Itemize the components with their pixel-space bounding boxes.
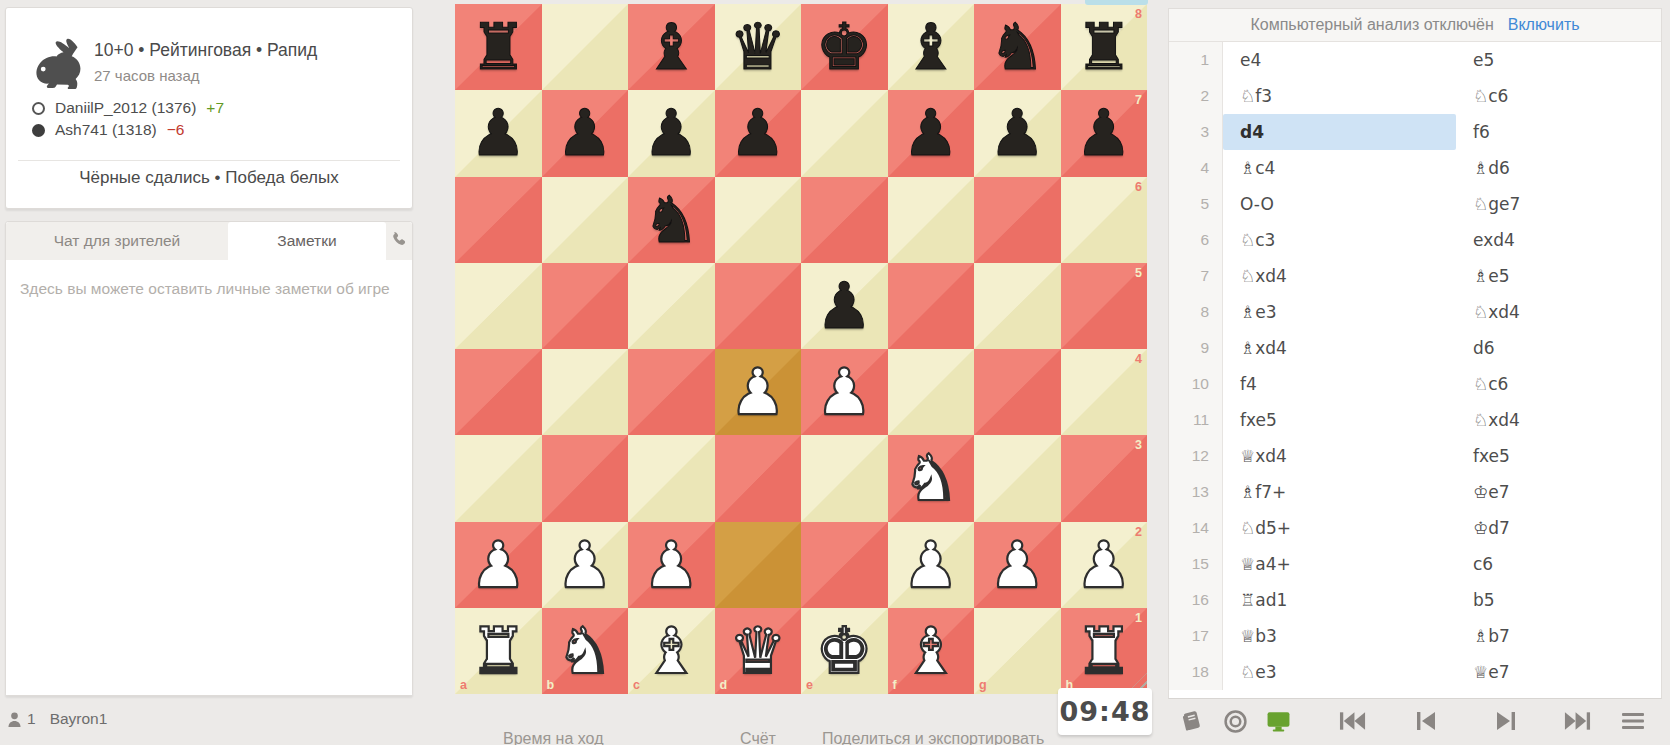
bottom-tab-move-times[interactable]: Время на ход <box>503 730 603 745</box>
move-row-10: 10f4♘c6 <box>1169 366 1661 402</box>
enable-analysis-link[interactable]: Включить <box>1508 16 1580 34</box>
square-f1[interactable]: ♝f <box>888 608 975 694</box>
square-d7[interactable]: ♟ <box>715 90 802 176</box>
square-b4[interactable] <box>542 349 629 435</box>
move-white-16[interactable]: ♖ad1 <box>1223 582 1456 618</box>
move-black-6[interactable]: exd4 <box>1456 222 1661 258</box>
square-b8[interactable] <box>542 4 629 90</box>
move-black-10[interactable]: ♘c6 <box>1456 366 1661 402</box>
move-number-2: 2 <box>1169 78 1223 114</box>
black-pawn-g7[interactable]: ♟ <box>974 90 1061 176</box>
page: 10+0 • Рейтинговая • Рапид 27 часов наза… <box>0 0 1670 745</box>
file-label-e: e <box>806 678 813 692</box>
square-f3[interactable]: ♞ <box>888 435 975 521</box>
top-clock-cropped <box>1085 0 1148 5</box>
rank-label-1: 1 <box>1135 611 1142 625</box>
black-rook-h8[interactable]: ♜ <box>1061 4 1148 90</box>
square-g5[interactable] <box>974 263 1061 349</box>
move-row-12: 12♕xd4fxe5 <box>1169 438 1661 474</box>
white-pawn-g2[interactable]: ♟ <box>974 522 1061 608</box>
white-pawn-f2[interactable]: ♟ <box>888 522 975 608</box>
move-black-15[interactable]: c6 <box>1456 546 1661 582</box>
black-player-row: Ash741 (1318) −6 <box>32 121 184 139</box>
move-black-12[interactable]: fxe5 <box>1456 438 1661 474</box>
file-label-c: c <box>633 678 640 692</box>
square-c3[interactable] <box>628 435 715 521</box>
square-h6[interactable]: 6 <box>1061 177 1148 263</box>
phone-icon[interactable] <box>386 222 412 260</box>
move-black-1[interactable]: e5 <box>1456 42 1661 78</box>
black-king-e8[interactable]: ♚ <box>801 4 888 90</box>
spectator-count: 1 <box>27 710 36 728</box>
target-circles-icon[interactable] <box>1223 709 1248 734</box>
square-h1[interactable]: ♜1h <box>1061 608 1148 694</box>
go-last-move-icon[interactable] <box>1564 710 1591 732</box>
move-black-2[interactable]: ♘c6 <box>1456 78 1661 114</box>
spectator-name[interactable]: Bayron1 <box>50 710 108 728</box>
square-e3[interactable] <box>801 435 888 521</box>
rank-label-3: 3 <box>1135 438 1142 452</box>
white-rating-delta: +7 <box>206 99 224 117</box>
square-g7[interactable]: ♟ <box>974 90 1061 176</box>
game-result: Чёрные сдались • Победа белых <box>6 168 412 188</box>
square-e7[interactable] <box>801 90 888 176</box>
square-f7[interactable]: ♟ <box>888 90 975 176</box>
square-a5[interactable] <box>455 263 542 349</box>
analysis-panel: Компьютерный анализ отключён Включить 1e… <box>1168 8 1662 699</box>
move-white-6[interactable]: ♘c3 <box>1223 222 1456 258</box>
white-king-e1[interactable]: ♚ <box>801 608 888 694</box>
tab-spectator-chat[interactable]: Чат для зрителей <box>6 222 228 260</box>
square-b6[interactable] <box>542 177 629 263</box>
menu-hamburger-icon[interactable] <box>1621 711 1645 731</box>
file-label-a: a <box>460 678 467 692</box>
chess-board: ♜♝♛♚♝♞♜8♟♟♟♟♟♟♟7♞6♟5♟♟4♞3♟♟♟♟♟♟2♜a♞b♝c♛d… <box>455 4 1147 694</box>
move-black-8[interactable]: ♘xd4 <box>1456 294 1661 330</box>
move-row-4: 4♗c4♗d6 <box>1169 150 1661 186</box>
notes-textarea[interactable]: Здесь вы можете оставить личные заметки … <box>6 260 412 695</box>
white-bishop-f1[interactable]: ♝ <box>888 608 975 694</box>
square-d4[interactable]: ♟ <box>715 349 802 435</box>
rank-label-8: 8 <box>1135 7 1142 21</box>
notes-placeholder: Здесь вы можете оставить личные заметки … <box>20 280 390 298</box>
square-b1[interactable]: ♞b <box>542 608 629 694</box>
square-e5[interactable]: ♟ <box>801 263 888 349</box>
move-white-14[interactable]: ♘d5+ <box>1223 510 1456 546</box>
tab-notes[interactable]: Заметки <box>228 222 386 260</box>
square-a8[interactable]: ♜ <box>455 4 542 90</box>
white-clock: 09:48 <box>1058 688 1152 735</box>
move-number-4: 4 <box>1169 150 1223 186</box>
rank-label-5: 5 <box>1135 266 1142 280</box>
move-number-6: 6 <box>1169 222 1223 258</box>
move-white-8[interactable]: ♗e3 <box>1223 294 1456 330</box>
square-g8[interactable]: ♞ <box>974 4 1061 90</box>
square-c2[interactable]: ♟ <box>628 522 715 608</box>
white-bishop-c1[interactable]: ♝ <box>628 608 715 694</box>
move-black-18[interactable]: ♕e7 <box>1456 654 1661 690</box>
move-black-17[interactable]: ♗b7 <box>1456 618 1661 654</box>
square-e4[interactable]: ♟ <box>801 349 888 435</box>
move-number-12: 12 <box>1169 438 1223 474</box>
square-d8[interactable]: ♛ <box>715 4 802 90</box>
white-player-name[interactable]: DaniilP_2012 (1376) <box>55 99 196 117</box>
black-pawn-d7[interactable]: ♟ <box>715 90 802 176</box>
move-black-9[interactable]: d6 <box>1456 330 1661 366</box>
move-white-9[interactable]: ♗xd4 <box>1223 330 1456 366</box>
black-bishop-f8[interactable]: ♝ <box>888 4 975 90</box>
move-number-18: 18 <box>1169 654 1223 690</box>
move-row-18: 18♘e3♕e7 <box>1169 654 1661 690</box>
move-black-4[interactable]: ♗d6 <box>1456 150 1661 186</box>
square-g3[interactable] <box>974 435 1061 521</box>
square-h7[interactable]: ♟7 <box>1061 90 1148 176</box>
go-first-move-icon[interactable] <box>1339 710 1366 732</box>
move-black-16[interactable]: b5 <box>1456 582 1661 618</box>
rapid-rabbit-icon <box>28 34 86 92</box>
book-icon[interactable] <box>1180 709 1205 733</box>
move-white-2[interactable]: ♘f3 <box>1223 78 1456 114</box>
analysis-board-monitor-icon[interactable] <box>1265 709 1292 734</box>
move-white-1[interactable]: e4 <box>1223 42 1456 78</box>
square-e1[interactable]: ♚e <box>801 608 888 694</box>
move-number-16: 16 <box>1169 582 1223 618</box>
square-a2[interactable]: ♟ <box>455 522 542 608</box>
spectator-list: 1 Bayron1 <box>8 710 107 728</box>
game-date: 27 часов назад <box>94 67 200 84</box>
white-player-row: DaniilP_2012 (1376) +7 <box>32 99 224 117</box>
analysis-header: Компьютерный анализ отключён Включить <box>1169 9 1661 42</box>
square-a3[interactable] <box>455 435 542 521</box>
square-d3[interactable] <box>715 435 802 521</box>
black-bishop-c8[interactable]: ♝ <box>628 4 715 90</box>
white-pawn-e4[interactable]: ♟ <box>801 349 888 435</box>
square-h3[interactable]: 3 <box>1061 435 1148 521</box>
move-black-14[interactable]: ♔d7 <box>1456 510 1661 546</box>
square-c1[interactable]: ♝c <box>628 608 715 694</box>
black-side-icon <box>32 124 45 137</box>
square-e2[interactable] <box>801 522 888 608</box>
move-white-13[interactable]: ♗f7+ <box>1223 474 1456 510</box>
square-f5[interactable] <box>888 263 975 349</box>
rank-label-6: 6 <box>1135 180 1142 194</box>
square-d2[interactable] <box>715 522 802 608</box>
black-knight-g8[interactable]: ♞ <box>974 4 1061 90</box>
square-a7[interactable]: ♟ <box>455 90 542 176</box>
move-row-5: 5O-O♘ge7 <box>1169 186 1661 222</box>
white-pawn-h2[interactable]: ♟ <box>1061 522 1148 608</box>
black-rating-delta: −6 <box>167 121 185 139</box>
white-pawn-b2[interactable]: ♟ <box>542 522 629 608</box>
move-row-8: 8♗e3♘xd4 <box>1169 294 1661 330</box>
move-row-11: 11fxe5♘xd4 <box>1169 402 1661 438</box>
move-row-13: 13♗f7+♔e7 <box>1169 474 1661 510</box>
white-queen-d1[interactable]: ♛ <box>715 608 802 694</box>
move-row-14: 14♘d5+♔d7 <box>1169 510 1661 546</box>
person-icon <box>8 712 21 727</box>
square-h5[interactable]: 5 <box>1061 263 1148 349</box>
move-black-13[interactable]: ♔e7 <box>1456 474 1661 510</box>
black-pawn-c7[interactable]: ♟ <box>628 90 715 176</box>
square-f8[interactable]: ♝ <box>888 4 975 90</box>
move-number-5: 5 <box>1169 186 1223 222</box>
move-black-11[interactable]: ♘xd4 <box>1456 402 1661 438</box>
move-white-3[interactable]: d4 <box>1223 114 1456 150</box>
move-row-3: 3d4f6 <box>1169 114 1661 150</box>
black-knight-c6[interactable]: ♞ <box>628 177 715 263</box>
move-row-2: 2♘f3♘c6 <box>1169 78 1661 114</box>
move-row-6: 6♘c3exd4 <box>1169 222 1661 258</box>
square-g4[interactable] <box>974 349 1061 435</box>
black-player-name[interactable]: Ash741 (1318) <box>55 121 157 139</box>
square-c4[interactable] <box>628 349 715 435</box>
move-number-3: 3 <box>1169 114 1223 150</box>
square-h2[interactable]: ♟2 <box>1061 522 1148 608</box>
move-white-12[interactable]: ♕xd4 <box>1223 438 1456 474</box>
move-number-8: 8 <box>1169 294 1223 330</box>
square-c7[interactable]: ♟ <box>628 90 715 176</box>
square-c8[interactable]: ♝ <box>628 4 715 90</box>
move-number-15: 15 <box>1169 546 1223 582</box>
move-row-1: 1e4e5 <box>1169 42 1661 78</box>
square-c5[interactable] <box>628 263 715 349</box>
move-number-9: 9 <box>1169 330 1223 366</box>
tab-strip: Чат для зрителей Заметки <box>6 222 412 260</box>
rank-label-4: 4 <box>1135 352 1142 366</box>
file-label-b: b <box>547 678 555 692</box>
move-white-18[interactable]: ♘e3 <box>1223 654 1456 690</box>
square-d1[interactable]: ♛d <box>715 608 802 694</box>
move-number-11: 11 <box>1169 402 1223 438</box>
white-rook-a1[interactable]: ♜ <box>455 608 542 694</box>
square-a6[interactable] <box>455 177 542 263</box>
move-white-15[interactable]: ♕a4+ <box>1223 546 1456 582</box>
move-white-17[interactable]: ♕b3 <box>1223 618 1456 654</box>
bottom-tab-share-export[interactable]: Поделиться и экспортировать <box>822 730 1044 745</box>
file-label-g: g <box>979 678 987 692</box>
square-d5[interactable] <box>715 263 802 349</box>
bottom-toolbar <box>1168 697 1668 745</box>
go-previous-move-icon[interactable] <box>1416 710 1436 732</box>
square-a4[interactable] <box>455 349 542 435</box>
black-pawn-b7[interactable]: ♟ <box>542 90 629 176</box>
move-number-1: 1 <box>1169 42 1223 78</box>
move-white-5[interactable]: O-O <box>1223 186 1456 222</box>
move-row-17: 17♕b3♗b7 <box>1169 618 1661 654</box>
move-white-10[interactable]: f4 <box>1223 366 1456 402</box>
move-row-9: 9♗xd4d6 <box>1169 330 1661 366</box>
square-h4[interactable]: 4 <box>1061 349 1148 435</box>
move-row-15: 15♕a4+c6 <box>1169 546 1661 582</box>
square-e6[interactable] <box>801 177 888 263</box>
square-g6[interactable] <box>974 177 1061 263</box>
square-b2[interactable]: ♟ <box>542 522 629 608</box>
move-black-5[interactable]: ♘ge7 <box>1456 186 1661 222</box>
analysis-status-text: Компьютерный анализ отключён <box>1250 16 1493 34</box>
square-d6[interactable] <box>715 177 802 263</box>
square-h8[interactable]: ♜8 <box>1061 4 1148 90</box>
move-row-7: 7♘xd4♗e5 <box>1169 258 1661 294</box>
square-b5[interactable] <box>542 263 629 349</box>
black-rook-a8[interactable]: ♜ <box>455 4 542 90</box>
square-g1[interactable]: g <box>974 608 1061 694</box>
square-b3[interactable] <box>542 435 629 521</box>
black-pawn-f7[interactable]: ♟ <box>888 90 975 176</box>
go-next-move-icon[interactable] <box>1496 710 1516 732</box>
white-rook-h1[interactable]: ♜ <box>1061 608 1148 694</box>
move-black-3[interactable]: f6 <box>1456 114 1661 150</box>
chat-notes-card: Чат для зрителей Заметки Здесь вы можете… <box>5 221 413 696</box>
black-pawn-e5[interactable]: ♟ <box>801 263 888 349</box>
white-pawn-c2[interactable]: ♟ <box>628 522 715 608</box>
white-knight-b1[interactable]: ♞ <box>542 608 629 694</box>
rank-label-7: 7 <box>1135 93 1142 107</box>
move-white-4[interactable]: ♗c4 <box>1223 150 1456 186</box>
square-c6[interactable]: ♞ <box>628 177 715 263</box>
move-number-14: 14 <box>1169 510 1223 546</box>
square-f6[interactable] <box>888 177 975 263</box>
game-setup-title: 10+0 • Рейтинговая • Рапид <box>94 40 317 61</box>
rank-label-2: 2 <box>1135 525 1142 539</box>
white-knight-f3[interactable]: ♞ <box>888 435 975 521</box>
move-number-13: 13 <box>1169 474 1223 510</box>
black-pawn-h7[interactable]: ♟ <box>1061 90 1148 176</box>
move-row-16: 16♖ad1b5 <box>1169 582 1661 618</box>
file-label-d: d <box>720 678 728 692</box>
bottom-tab-score[interactable]: Счёт <box>740 730 776 745</box>
move-number-7: 7 <box>1169 258 1223 294</box>
white-pawn-d4[interactable]: ♟ <box>715 349 802 435</box>
move-black-7[interactable]: ♗e5 <box>1456 258 1661 294</box>
square-a1[interactable]: ♜a <box>455 608 542 694</box>
square-f4[interactable] <box>888 349 975 435</box>
square-e8[interactable]: ♚ <box>801 4 888 90</box>
move-white-11[interactable]: fxe5 <box>1223 402 1456 438</box>
white-pawn-a2[interactable]: ♟ <box>455 522 542 608</box>
square-b7[interactable]: ♟ <box>542 90 629 176</box>
move-list: 1e4e52♘f3♘c63d4f64♗c4♗d65O-O♘ge76♘c3exd4… <box>1169 42 1661 698</box>
move-number-10: 10 <box>1169 366 1223 402</box>
black-queen-d8[interactable]: ♛ <box>715 4 802 90</box>
square-f2[interactable]: ♟ <box>888 522 975 608</box>
square-g2[interactable]: ♟ <box>974 522 1061 608</box>
white-side-icon <box>32 102 45 115</box>
move-white-7[interactable]: ♘xd4 <box>1223 258 1456 294</box>
file-label-f: f <box>893 678 897 692</box>
divider <box>18 160 400 161</box>
game-meta-card: 10+0 • Рейтинговая • Рапид 27 часов наза… <box>5 7 413 209</box>
move-number-17: 17 <box>1169 618 1223 654</box>
black-pawn-a7[interactable]: ♟ <box>455 90 542 176</box>
